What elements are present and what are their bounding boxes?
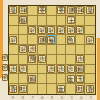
piece-香-gote-9a[interactable]: 香	[9, 6, 17, 14]
cell-2b[interactable]	[76, 16, 86, 26]
piece-香-sente-1i[interactable]: 香	[86, 85, 94, 93]
piece-歩-sente-4g[interactable]: 歩	[57, 65, 65, 73]
cell-8g[interactable]: 歩	[19, 65, 29, 75]
cell-4c[interactable]: 歩	[57, 26, 67, 36]
cell-7b[interactable]	[28, 16, 38, 26]
cell-4i[interactable]: 金	[57, 84, 67, 94]
cell-7a[interactable]	[28, 6, 38, 16]
piece-歩-gote-1d[interactable]: 歩	[86, 36, 94, 44]
file-label-8: 8	[18, 95, 28, 100]
piece-飛-gote-8b[interactable]: 飛	[19, 16, 27, 24]
cell-9i[interactable]: 香	[9, 84, 19, 94]
cell-7g[interactable]	[28, 65, 38, 75]
file-label-4: 4	[57, 95, 67, 100]
cell-7c[interactable]: 歩	[28, 26, 38, 36]
cell-4h[interactable]	[57, 74, 67, 84]
file-label-3: 3	[67, 95, 77, 100]
cell-5a[interactable]	[47, 6, 57, 16]
cell-3f[interactable]	[66, 55, 76, 65]
piece-金-gote-6a[interactable]: 金	[38, 6, 46, 14]
piece-歩-sente-2f[interactable]: 歩	[76, 55, 84, 63]
cell-5g[interactable]: 歩	[47, 65, 57, 75]
cell-2g[interactable]: 銀	[76, 65, 86, 75]
piece-桂-gote-2a[interactable]: 桂	[76, 6, 84, 14]
cell-5e[interactable]	[47, 45, 57, 55]
piece-歩-sente-7e[interactable]: 歩	[28, 45, 36, 53]
cell-1d[interactable]: 歩	[85, 35, 95, 45]
cell-8f[interactable]	[19, 55, 29, 65]
cell-9a[interactable]: 香	[9, 6, 19, 16]
piece-銀-sente-7h[interactable]: 銀	[28, 75, 36, 83]
cell-5b[interactable]	[47, 16, 57, 26]
cell-5h[interactable]	[47, 74, 57, 84]
file-label-5: 5	[47, 95, 57, 100]
cell-2a[interactable]: 桂	[76, 6, 86, 16]
piece-角-sente-3d[interactable]: 角	[67, 36, 75, 44]
piece-香-sente-9i[interactable]: 香	[9, 85, 17, 93]
piece-角-gote-5d[interactable]: 角	[47, 36, 55, 44]
sente-hand-tray[interactable]	[97, 44, 100, 84]
cell-7f[interactable]: 飛	[28, 55, 38, 65]
piece-歩-sente-3g[interactable]: 歩	[67, 65, 75, 73]
cell-8c[interactable]	[19, 26, 29, 36]
cell-8e[interactable]: 歩	[19, 45, 29, 55]
shogi-board[interactable]: 香桂金金銀桂香飛王歩歩歩歩歩歩歩銀角角歩歩歩飛歩歩歩歩歩歩歩銀銀金玉香桂金桂香	[8, 5, 96, 95]
piece-金-sente-4i[interactable]: 金	[57, 85, 65, 93]
cell-5d[interactable]: 角	[47, 35, 57, 45]
cell-4g[interactable]: 歩	[57, 65, 67, 75]
cell-7i[interactable]	[28, 84, 38, 94]
piece-香-gote-1a[interactable]: 香	[86, 6, 94, 14]
piece-玉-sente-2h[interactable]: 玉	[76, 75, 84, 83]
cell-1a[interactable]: 香	[85, 6, 95, 16]
cell-4d[interactable]	[57, 35, 67, 45]
cell-1h[interactable]	[85, 74, 95, 84]
cell-9e[interactable]	[9, 45, 19, 55]
cell-1b[interactable]	[85, 16, 95, 26]
cell-1g[interactable]	[85, 65, 95, 75]
cell-3d[interactable]: 角	[66, 35, 76, 45]
file-label-9: 9	[8, 95, 18, 100]
cell-1f[interactable]	[85, 55, 95, 65]
cell-1e[interactable]	[85, 45, 95, 55]
file-label-7: 7	[28, 95, 38, 100]
cell-6g[interactable]	[38, 65, 48, 75]
cell-5f[interactable]	[47, 55, 57, 65]
cell-9d[interactable]: 歩	[9, 35, 19, 45]
cell-1i[interactable]: 香	[85, 84, 95, 94]
piece-歩-gote-5c[interactable]: 歩	[47, 26, 55, 34]
piece-歩-sente-8g[interactable]: 歩	[19, 65, 27, 73]
cell-6b[interactable]	[38, 16, 48, 26]
cell-7h[interactable]: 銀	[28, 74, 38, 84]
cell-6h[interactable]	[38, 74, 48, 84]
piece-銀-sente-2g[interactable]: 銀	[76, 65, 84, 73]
cell-4f[interactable]	[57, 55, 67, 65]
piece-飛-sente-7f[interactable]: 飛	[28, 55, 36, 63]
cell-7e[interactable]: 歩	[28, 45, 38, 55]
cell-2c[interactable]: 歩	[76, 26, 86, 36]
cell-5i[interactable]	[47, 84, 57, 94]
piece-金-sente-3h[interactable]: 金	[67, 75, 75, 83]
cell-8a[interactable]: 桂	[19, 6, 29, 16]
piece-歩-gote-4c[interactable]: 歩	[57, 26, 65, 34]
cell-6a[interactable]: 金	[38, 6, 48, 16]
piece-銀-gote-6d[interactable]: 銀	[38, 36, 46, 44]
cell-9g[interactable]: 歩	[9, 65, 19, 75]
cell-4b[interactable]	[57, 16, 67, 26]
piece-歩-gote-6c[interactable]: 歩	[38, 26, 46, 34]
piece-桂-sente-8i[interactable]: 桂	[19, 85, 27, 93]
cell-8h[interactable]	[19, 74, 29, 84]
cell-6c[interactable]: 歩	[38, 26, 48, 36]
cell-2f[interactable]: 歩	[76, 55, 86, 65]
piece-金-gote-4a[interactable]: 金	[57, 6, 65, 14]
piece-歩-gote-7c[interactable]: 歩	[28, 26, 36, 34]
cell-4e[interactable]	[57, 45, 67, 55]
piece-歩-gote-2c[interactable]: 歩	[76, 26, 84, 34]
cell-3a[interactable]: 銀	[66, 6, 76, 16]
cell-9h[interactable]	[9, 74, 19, 84]
cell-8i[interactable]: 桂	[19, 84, 29, 94]
cell-9f[interactable]	[9, 55, 19, 65]
piece-桂-sente-2i[interactable]: 桂	[76, 85, 84, 93]
cell-2d[interactable]	[76, 35, 86, 45]
file-label-6: 6	[37, 95, 47, 100]
piece-歩-gote-8e[interactable]: 歩	[19, 45, 27, 53]
cell-2i[interactable]: 桂	[76, 84, 86, 94]
cell-6d[interactable]: 銀	[38, 35, 48, 45]
piece-歩-sente-9g[interactable]: 歩	[9, 65, 17, 73]
piece-銀-gote-3a[interactable]: 銀	[67, 6, 75, 14]
file-coordinates: 987654321	[8, 95, 96, 100]
piece-歩-sente-6f[interactable]: 歩	[38, 55, 46, 63]
cell-2e[interactable]	[76, 45, 86, 55]
file-label-1: 1	[86, 95, 96, 100]
piece-歩-gote-3c[interactable]: 歩	[67, 26, 75, 34]
cell-4a[interactable]: 金	[57, 6, 67, 16]
cell-3c[interactable]: 歩	[66, 26, 76, 36]
cell-6i[interactable]	[38, 84, 48, 94]
cell-3b[interactable]: 王	[66, 16, 76, 26]
cell-6e[interactable]	[38, 45, 48, 55]
cell-8b[interactable]: 飛	[19, 16, 29, 26]
piece-王-gote-3b[interactable]: 王	[67, 16, 75, 24]
piece-歩-gote-9d[interactable]: 歩	[9, 36, 17, 44]
cell-1c[interactable]	[85, 26, 95, 36]
cell-5c[interactable]: 歩	[47, 26, 57, 36]
cell-3h[interactable]: 金	[66, 74, 76, 84]
cell-3g[interactable]: 歩	[66, 65, 76, 75]
cell-3i[interactable]	[66, 84, 76, 94]
cell-9c[interactable]	[9, 26, 19, 36]
file-label-2: 2	[76, 95, 86, 100]
piece-歩-sente-5g[interactable]: 歩	[47, 65, 55, 73]
cell-9b[interactable]	[9, 16, 19, 26]
piece-桂-gote-8a[interactable]: 桂	[19, 6, 27, 14]
cell-6f[interactable]: 歩	[38, 55, 48, 65]
cell-2h[interactable]: 玉	[76, 74, 86, 84]
cell-3e[interactable]	[66, 45, 76, 55]
cell-7d[interactable]	[28, 35, 38, 45]
cell-8d[interactable]	[19, 35, 29, 45]
